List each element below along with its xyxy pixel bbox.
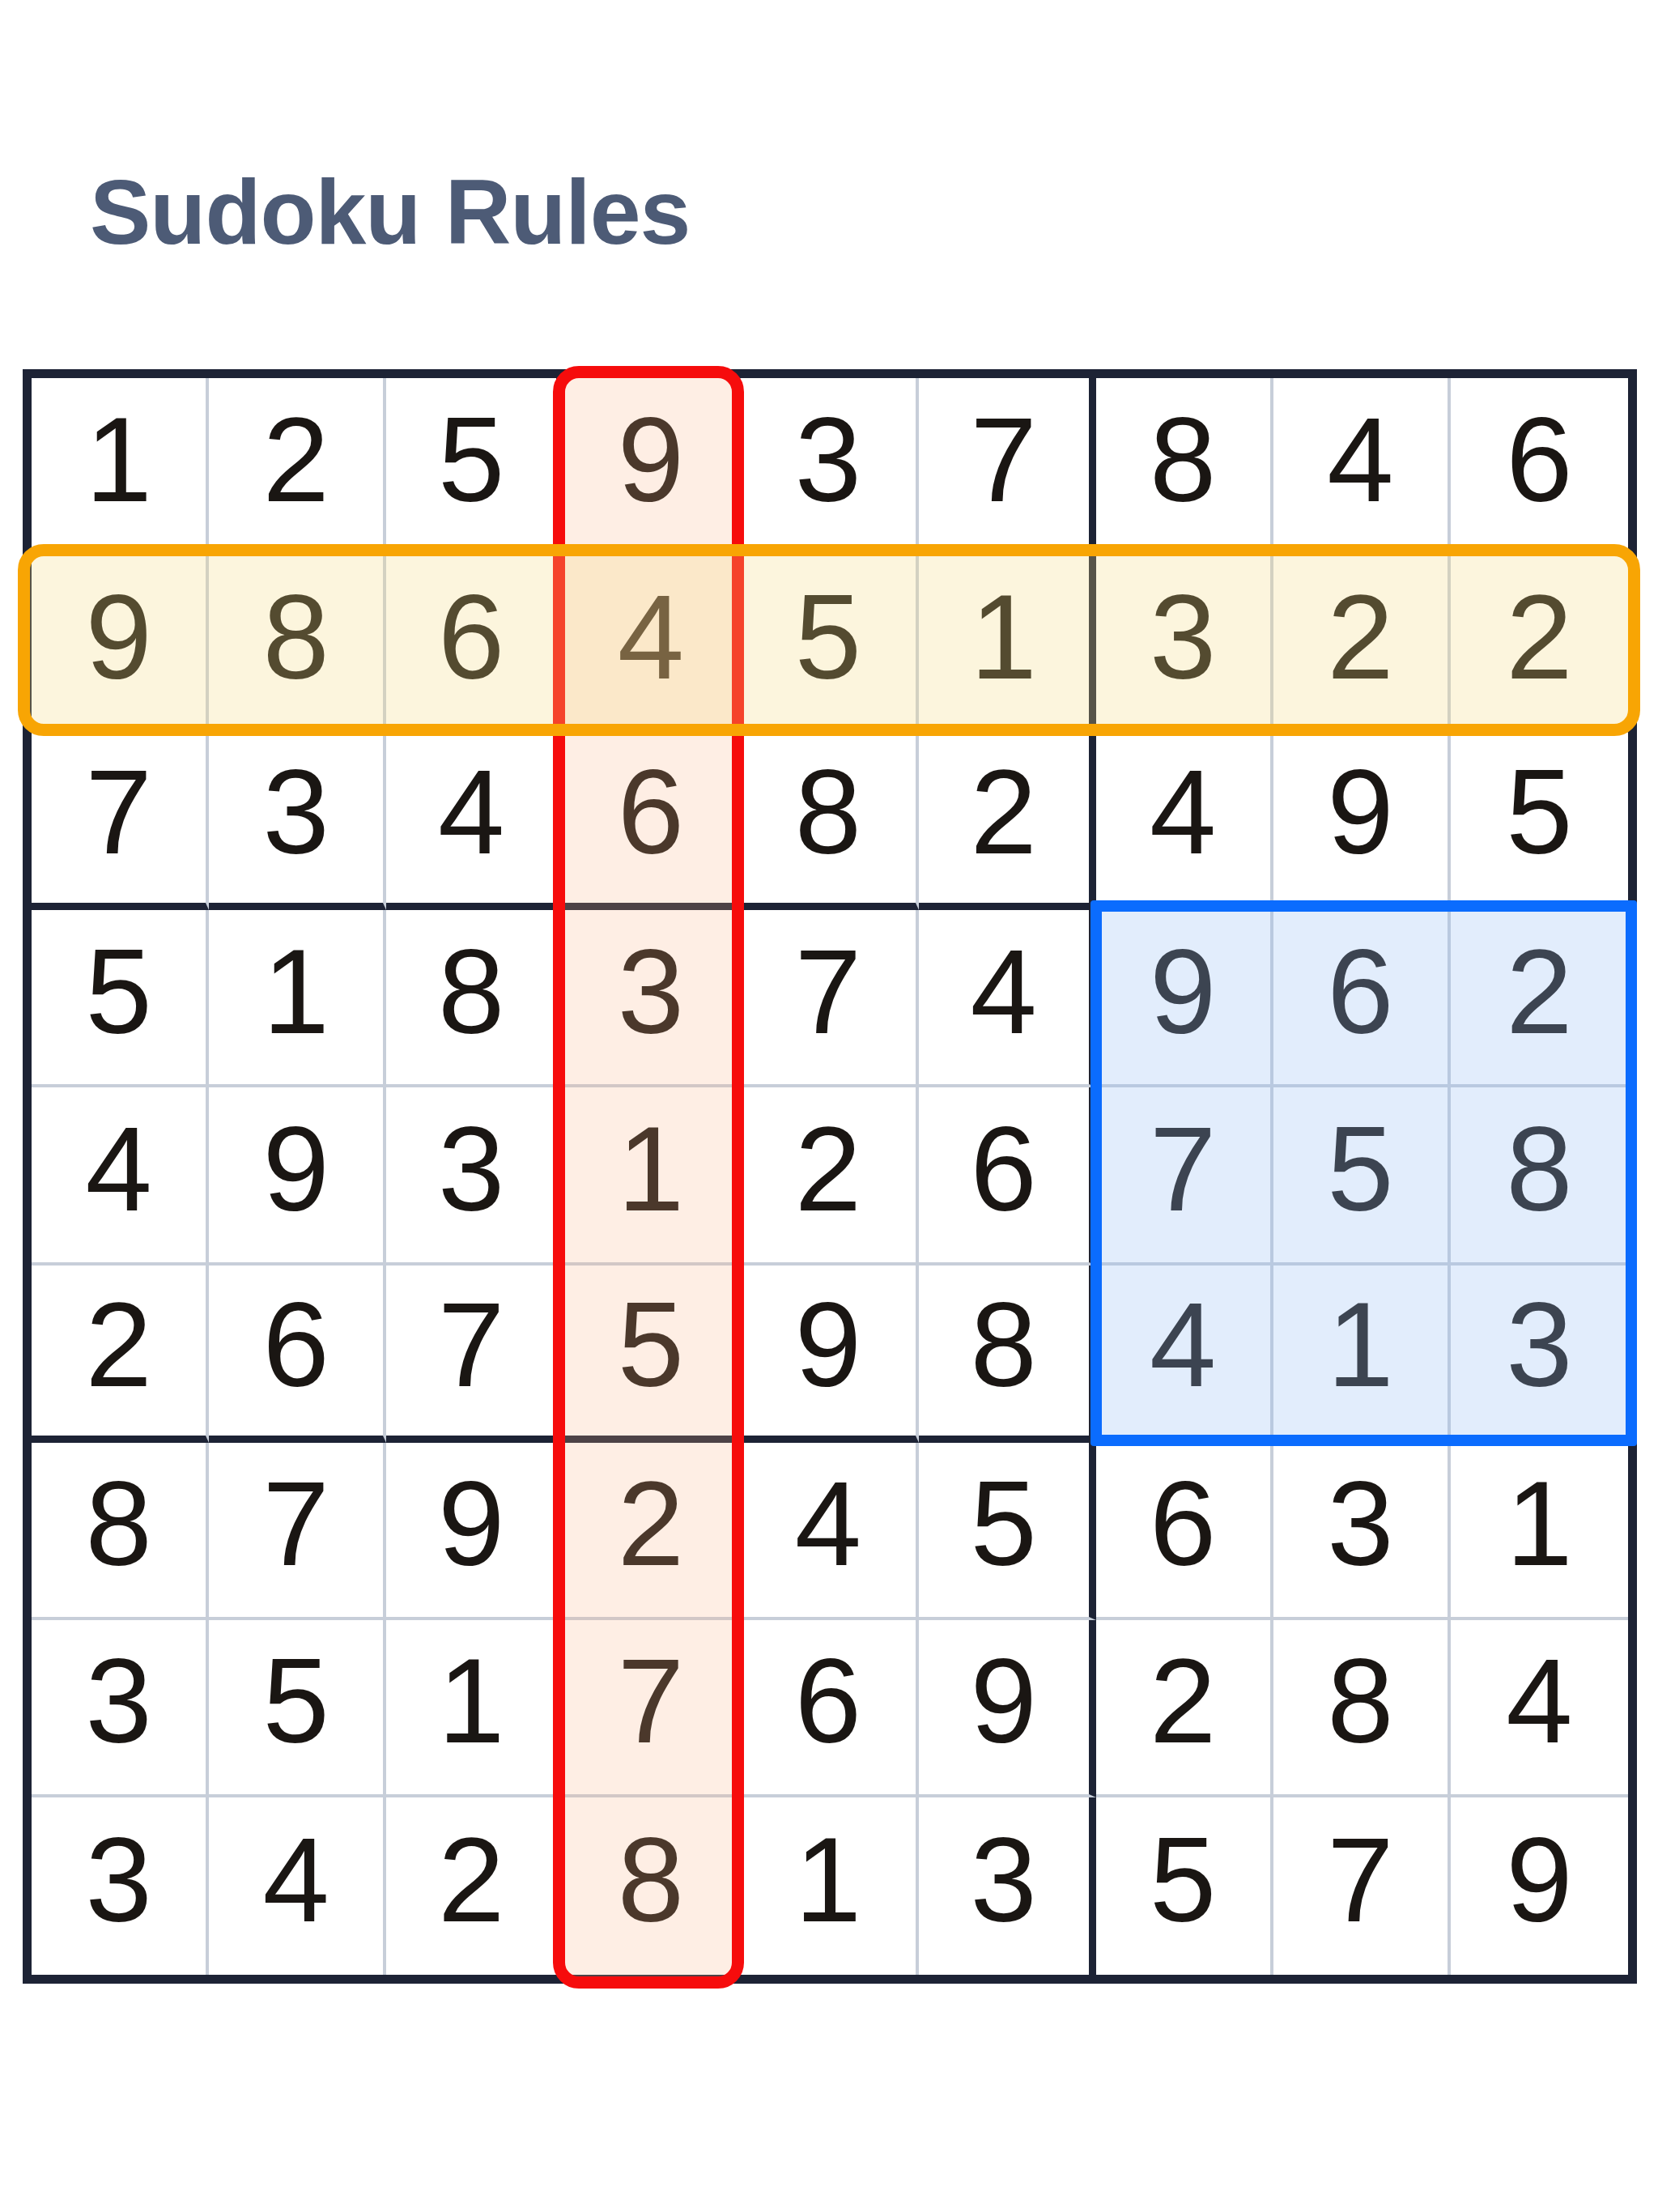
cell-digit: 1 — [970, 568, 1036, 706]
cell-r4c2: 1 — [209, 910, 386, 1087]
page: Sudoku Rules 125937846986451322734682495… — [0, 0, 1658, 2212]
cell-r5c7: 7 — [1096, 1087, 1273, 1265]
cell-r3c4: 6 — [563, 733, 741, 910]
cell-digit: 4 — [263, 1811, 329, 1949]
cell-r1c2: 2 — [209, 378, 386, 555]
cell-r6c2: 6 — [209, 1266, 386, 1443]
cell-digit: 4 — [970, 923, 1036, 1061]
cell-r8c8: 8 — [1273, 1620, 1451, 1797]
cell-digit: 3 — [438, 1100, 504, 1238]
cell-digit: 5 — [795, 568, 861, 706]
cell-r6c4: 5 — [563, 1266, 741, 1443]
cell-digit: 1 — [618, 1100, 684, 1238]
cell-r9c2: 4 — [209, 1797, 386, 1975]
cell-digit: 3 — [1327, 1455, 1393, 1593]
cell-digit: 5 — [263, 1632, 329, 1770]
cell-digit: 7 — [263, 1455, 329, 1593]
cell-digit: 2 — [795, 1100, 861, 1238]
cell-digit: 4 — [1327, 391, 1393, 529]
cell-digit: 8 — [263, 568, 329, 706]
cell-digit: 9 — [263, 1100, 329, 1238]
cell-r6c5: 9 — [741, 1266, 918, 1443]
cell-r8c6: 9 — [919, 1620, 1096, 1797]
cell-r2c8: 2 — [1273, 555, 1451, 733]
cell-digit: 3 — [795, 391, 861, 529]
cell-digit: 8 — [85, 1455, 151, 1593]
cell-digit: 3 — [1506, 1276, 1572, 1414]
cell-r1c9: 6 — [1451, 378, 1628, 555]
cell-r9c5: 1 — [741, 1797, 918, 1975]
cell-r6c1: 2 — [32, 1266, 209, 1443]
cell-r6c7: 4 — [1096, 1266, 1273, 1443]
cell-digit: 8 — [438, 923, 504, 1061]
cell-r8c4: 7 — [563, 1620, 741, 1797]
cell-digit: 9 — [795, 1276, 861, 1414]
cell-r3c7: 4 — [1096, 733, 1273, 910]
cell-digit: 4 — [1150, 743, 1216, 881]
cell-digit: 6 — [618, 743, 684, 881]
cell-r4c1: 5 — [32, 910, 209, 1087]
cell-r8c9: 4 — [1451, 1620, 1628, 1797]
cell-r4c4: 3 — [563, 910, 741, 1087]
cell-r2c1: 9 — [32, 555, 209, 733]
cell-digit: 2 — [618, 1455, 684, 1593]
cell-digit: 8 — [1150, 391, 1216, 529]
cell-r9c3: 2 — [386, 1797, 563, 1975]
cell-r3c6: 2 — [919, 733, 1096, 910]
cell-digit: 9 — [1327, 743, 1393, 881]
cell-digit: 8 — [795, 743, 861, 881]
cell-r5c2: 9 — [209, 1087, 386, 1265]
cell-digit: 7 — [438, 1276, 504, 1414]
cell-r7c7: 6 — [1096, 1443, 1273, 1620]
cell-r8c7: 2 — [1096, 1620, 1273, 1797]
cell-r1c5: 3 — [741, 378, 918, 555]
cell-digit: 7 — [85, 743, 151, 881]
cell-r4c6: 4 — [919, 910, 1096, 1087]
cell-digit: 2 — [1150, 1632, 1216, 1770]
cell-r5c3: 3 — [386, 1087, 563, 1265]
cell-digit: 3 — [263, 743, 329, 881]
cell-r9c4: 8 — [563, 1797, 741, 1975]
cell-r7c9: 1 — [1451, 1443, 1628, 1620]
cell-r6c9: 3 — [1451, 1266, 1628, 1443]
cell-r7c8: 3 — [1273, 1443, 1451, 1620]
cell-digit: 2 — [85, 1276, 151, 1414]
cell-r3c9: 5 — [1451, 733, 1628, 910]
cell-digit: 2 — [1506, 923, 1572, 1061]
cell-r7c6: 5 — [919, 1443, 1096, 1620]
cell-digit: 5 — [1327, 1100, 1393, 1238]
cell-r6c8: 1 — [1273, 1266, 1451, 1443]
cell-digit: 6 — [438, 568, 504, 706]
cell-digit: 1 — [85, 391, 151, 529]
cell-digit: 8 — [618, 1811, 684, 1949]
cell-r7c3: 9 — [386, 1443, 563, 1620]
cell-r5c4: 1 — [563, 1087, 741, 1265]
cell-r1c6: 7 — [919, 378, 1096, 555]
cell-r9c1: 3 — [32, 1797, 209, 1975]
cell-r4c5: 7 — [741, 910, 918, 1087]
cell-digit: 6 — [1506, 391, 1572, 529]
cell-r2c4: 4 — [563, 555, 741, 733]
sudoku-board: 1259378469864513227346824955183749624931… — [23, 369, 1637, 1984]
cell-digit: 9 — [970, 1632, 1036, 1770]
cell-digit: 6 — [795, 1632, 861, 1770]
cell-digit: 4 — [438, 743, 504, 881]
cell-r7c1: 8 — [32, 1443, 209, 1620]
cell-r2c9: 2 — [1451, 555, 1628, 733]
cell-r1c3: 5 — [386, 378, 563, 555]
cell-digit: 7 — [1150, 1100, 1216, 1238]
cell-r2c6: 1 — [919, 555, 1096, 733]
cell-r1c8: 4 — [1273, 378, 1451, 555]
cell-r3c2: 3 — [209, 733, 386, 910]
cell-digit: 7 — [795, 923, 861, 1061]
cell-r9c6: 3 — [919, 1797, 1096, 1975]
cell-r9c8: 7 — [1273, 1797, 1451, 1975]
cell-digit: 6 — [1150, 1455, 1216, 1593]
cell-digit: 4 — [618, 568, 684, 706]
cell-digit: 2 — [1506, 568, 1572, 706]
cell-digit: 3 — [85, 1811, 151, 1949]
cell-r6c3: 7 — [386, 1266, 563, 1443]
cell-digit: 1 — [1506, 1455, 1572, 1593]
cell-digit: 9 — [1150, 923, 1216, 1061]
cell-digit: 8 — [1327, 1632, 1393, 1770]
cell-digit: 3 — [85, 1632, 151, 1770]
cell-r5c8: 5 — [1273, 1087, 1451, 1265]
cell-digit: 9 — [1506, 1811, 1572, 1949]
cell-r4c3: 8 — [386, 910, 563, 1087]
cell-digit: 4 — [1150, 1276, 1216, 1414]
cell-r4c7: 9 — [1096, 910, 1273, 1087]
cell-digit: 5 — [1150, 1811, 1216, 1949]
cell-r8c1: 3 — [32, 1620, 209, 1797]
cell-digit: 2 — [438, 1811, 504, 1949]
cell-r7c4: 2 — [563, 1443, 741, 1620]
cell-digit: 4 — [85, 1100, 151, 1238]
cell-r1c1: 1 — [32, 378, 209, 555]
cell-r5c6: 6 — [919, 1087, 1096, 1265]
cell-r3c1: 7 — [32, 733, 209, 910]
cell-digit: 7 — [970, 391, 1036, 529]
cell-r8c2: 5 — [209, 1620, 386, 1797]
cell-digit: 1 — [1327, 1276, 1393, 1414]
cell-r2c2: 8 — [209, 555, 386, 733]
cell-r7c5: 4 — [741, 1443, 918, 1620]
cell-digit: 8 — [970, 1276, 1036, 1414]
cell-r1c7: 8 — [1096, 378, 1273, 555]
cell-digit: 2 — [970, 743, 1036, 881]
cell-digit: 7 — [618, 1632, 684, 1770]
cell-r3c8: 9 — [1273, 733, 1451, 910]
cell-r3c5: 8 — [741, 733, 918, 910]
cell-digit: 4 — [1506, 1632, 1572, 1770]
cell-digit: 8 — [1506, 1100, 1572, 1238]
cell-digit: 4 — [795, 1455, 861, 1593]
cell-r6c6: 8 — [919, 1266, 1096, 1443]
cell-digit: 9 — [438, 1455, 504, 1593]
cell-r5c1: 4 — [32, 1087, 209, 1265]
cell-digit: 6 — [970, 1100, 1036, 1238]
cell-digit: 5 — [1506, 743, 1572, 881]
cell-digit: 6 — [263, 1276, 329, 1414]
cell-r9c7: 5 — [1096, 1797, 1273, 1975]
cell-r1c4: 9 — [563, 378, 741, 555]
cell-digit: 5 — [85, 923, 151, 1061]
cell-digit: 3 — [618, 923, 684, 1061]
cell-r3c3: 4 — [386, 733, 563, 910]
cell-r4c8: 6 — [1273, 910, 1451, 1087]
cell-r7c2: 7 — [209, 1443, 386, 1620]
cell-r5c5: 2 — [741, 1087, 918, 1265]
cell-digit: 2 — [1327, 568, 1393, 706]
cell-digit: 1 — [438, 1632, 504, 1770]
cell-digit: 5 — [970, 1455, 1036, 1593]
cell-r9c9: 9 — [1451, 1797, 1628, 1975]
cell-r2c7: 3 — [1096, 555, 1273, 733]
cell-r2c3: 6 — [386, 555, 563, 733]
cell-r5c9: 8 — [1451, 1087, 1628, 1265]
cell-digit: 5 — [438, 391, 504, 529]
cell-digit: 2 — [263, 391, 329, 529]
cell-r4c9: 2 — [1451, 910, 1628, 1087]
cell-r2c5: 5 — [741, 555, 918, 733]
cell-digit: 1 — [795, 1811, 861, 1949]
cell-digit: 5 — [618, 1276, 684, 1414]
cell-digit: 9 — [618, 391, 684, 529]
cell-digit: 3 — [1150, 568, 1216, 706]
cell-digit: 1 — [263, 923, 329, 1061]
page-title: Sudoku Rules — [90, 167, 690, 258]
cell-r8c3: 1 — [386, 1620, 563, 1797]
cell-digit: 3 — [970, 1811, 1036, 1949]
cell-digit: 9 — [85, 568, 151, 706]
cell-r8c5: 6 — [741, 1620, 918, 1797]
cell-digit: 7 — [1327, 1811, 1393, 1949]
cell-digit: 6 — [1327, 923, 1393, 1061]
